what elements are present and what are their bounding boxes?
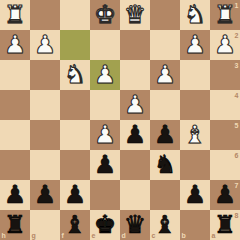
square-e8[interactable]: ♚e — [90, 210, 120, 240]
chess-board: ♜♚♛♞♜1♟♟♟♟2♞♟♟3♟4♟♟♟♝5♟♞6♟♟♟♟♟7♜hg♝f♚e♛d… — [0, 0, 240, 240]
black-pawn[interactable]: ♟ — [94, 150, 116, 180]
square-a3[interactable]: 3 — [210, 60, 240, 90]
square-d2[interactable] — [120, 30, 150, 60]
black-rook[interactable]: ♜ — [4, 210, 26, 240]
square-h3[interactable] — [0, 60, 30, 90]
white-bishop[interactable]: ♝ — [184, 120, 206, 150]
square-f7[interactable]: ♟ — [60, 180, 90, 210]
square-g3[interactable] — [30, 60, 60, 90]
square-c3[interactable]: ♟ — [150, 60, 180, 90]
white-pawn[interactable]: ♟ — [154, 60, 176, 90]
square-a6[interactable]: 6 — [210, 150, 240, 180]
white-rook[interactable]: ♜ — [214, 0, 236, 30]
rank-label-6: 6 — [235, 152, 239, 159]
square-h7[interactable]: ♟ — [0, 180, 30, 210]
black-pawn[interactable]: ♟ — [124, 120, 146, 150]
square-h2[interactable]: ♟ — [0, 30, 30, 60]
square-b8[interactable]: b — [180, 210, 210, 240]
file-label-g: g — [32, 232, 36, 239]
white-pawn[interactable]: ♟ — [34, 30, 56, 60]
white-rook[interactable]: ♜ — [4, 0, 26, 30]
square-b4[interactable] — [180, 90, 210, 120]
square-a4[interactable]: 4 — [210, 90, 240, 120]
square-g2[interactable]: ♟ — [30, 30, 60, 60]
square-b1[interactable]: ♞ — [180, 0, 210, 30]
square-f2[interactable] — [60, 30, 90, 60]
rank-label-4: 4 — [235, 92, 239, 99]
square-e1[interactable]: ♚ — [90, 0, 120, 30]
square-f1[interactable] — [60, 0, 90, 30]
white-pawn[interactable]: ♟ — [184, 30, 206, 60]
square-g8[interactable]: g — [30, 210, 60, 240]
black-pawn[interactable]: ♟ — [184, 180, 206, 210]
square-h5[interactable] — [0, 120, 30, 150]
square-f4[interactable] — [60, 90, 90, 120]
square-c1[interactable] — [150, 0, 180, 30]
square-e3[interactable]: ♟ — [90, 60, 120, 90]
black-pawn[interactable]: ♟ — [64, 180, 86, 210]
square-c5[interactable]: ♟ — [150, 120, 180, 150]
rank-label-5: 5 — [235, 122, 239, 129]
square-h6[interactable] — [0, 150, 30, 180]
square-f8[interactable]: ♝f — [60, 210, 90, 240]
square-g1[interactable] — [30, 0, 60, 30]
black-pawn[interactable]: ♟ — [4, 180, 26, 210]
square-g4[interactable] — [30, 90, 60, 120]
white-pawn[interactable]: ♟ — [214, 30, 236, 60]
square-d6[interactable] — [120, 150, 150, 180]
square-d4[interactable]: ♟ — [120, 90, 150, 120]
square-e6[interactable]: ♟ — [90, 150, 120, 180]
file-label-b: b — [182, 232, 186, 239]
white-pawn[interactable]: ♟ — [124, 90, 146, 120]
square-b6[interactable] — [180, 150, 210, 180]
rank-label-3: 3 — [235, 62, 239, 69]
square-h1[interactable]: ♜ — [0, 0, 30, 30]
black-bishop[interactable]: ♝ — [64, 210, 86, 240]
square-h4[interactable] — [0, 90, 30, 120]
square-c8[interactable]: ♝c — [150, 210, 180, 240]
square-c6[interactable]: ♞ — [150, 150, 180, 180]
white-pawn[interactable]: ♟ — [4, 30, 26, 60]
square-d7[interactable] — [120, 180, 150, 210]
square-d8[interactable]: ♛d — [120, 210, 150, 240]
square-a7[interactable]: ♟7 — [210, 180, 240, 210]
black-knight[interactable]: ♞ — [154, 150, 176, 180]
square-f6[interactable] — [60, 150, 90, 180]
square-c7[interactable] — [150, 180, 180, 210]
square-e2[interactable] — [90, 30, 120, 60]
white-knight[interactable]: ♞ — [64, 60, 86, 90]
square-a2[interactable]: ♟2 — [210, 30, 240, 60]
square-a1[interactable]: ♜1 — [210, 0, 240, 30]
square-g5[interactable] — [30, 120, 60, 150]
square-b3[interactable] — [180, 60, 210, 90]
square-c4[interactable] — [150, 90, 180, 120]
black-pawn[interactable]: ♟ — [154, 120, 176, 150]
square-a8[interactable]: ♜a8 — [210, 210, 240, 240]
black-pawn[interactable]: ♟ — [34, 180, 56, 210]
square-f5[interactable] — [60, 120, 90, 150]
square-b7[interactable]: ♟ — [180, 180, 210, 210]
square-h8[interactable]: ♜h — [0, 210, 30, 240]
square-d5[interactable]: ♟ — [120, 120, 150, 150]
white-pawn[interactable]: ♟ — [94, 60, 116, 90]
white-queen[interactable]: ♛ — [124, 0, 146, 30]
square-a5[interactable]: 5 — [210, 120, 240, 150]
black-bishop[interactable]: ♝ — [154, 210, 176, 240]
square-e4[interactable] — [90, 90, 120, 120]
white-king[interactable]: ♚ — [94, 0, 116, 30]
square-g6[interactable] — [30, 150, 60, 180]
square-e5[interactable]: ♟ — [90, 120, 120, 150]
black-rook[interactable]: ♜ — [214, 210, 236, 240]
black-king[interactable]: ♚ — [94, 210, 116, 240]
black-pawn[interactable]: ♟ — [214, 180, 236, 210]
white-pawn[interactable]: ♟ — [94, 120, 116, 150]
square-d3[interactable] — [120, 60, 150, 90]
square-e7[interactable] — [90, 180, 120, 210]
square-f3[interactable]: ♞ — [60, 60, 90, 90]
square-b5[interactable]: ♝ — [180, 120, 210, 150]
square-g7[interactable]: ♟ — [30, 180, 60, 210]
square-c2[interactable] — [150, 30, 180, 60]
square-b2[interactable]: ♟ — [180, 30, 210, 60]
square-d1[interactable]: ♛ — [120, 0, 150, 30]
black-queen[interactable]: ♛ — [124, 210, 146, 240]
white-knight[interactable]: ♞ — [184, 0, 206, 30]
